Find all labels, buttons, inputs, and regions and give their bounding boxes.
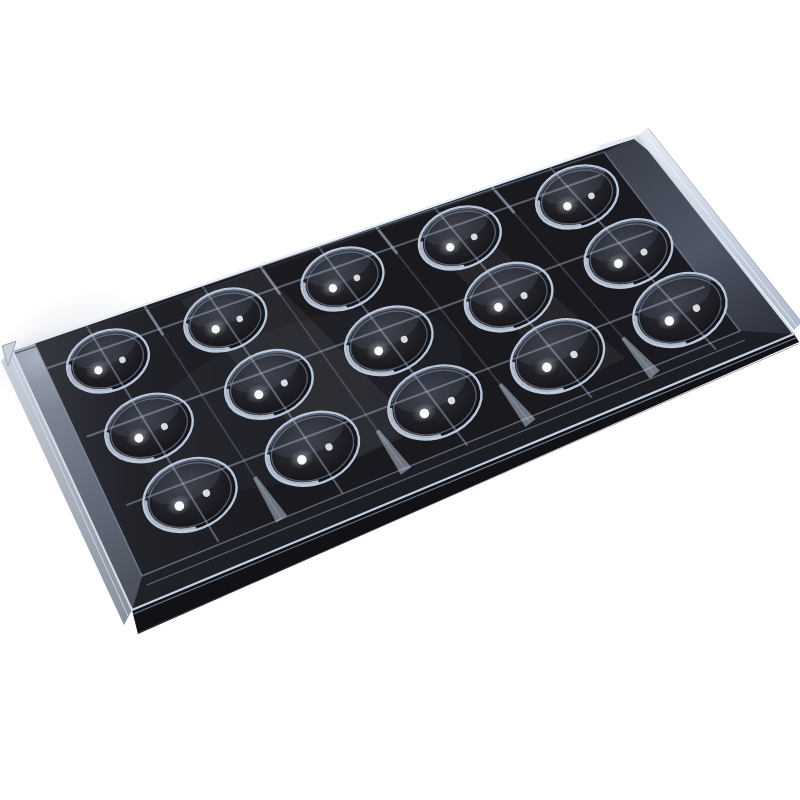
chocolate-mold-photo xyxy=(0,0,800,800)
product-photo-chocolate-mold xyxy=(0,0,800,800)
